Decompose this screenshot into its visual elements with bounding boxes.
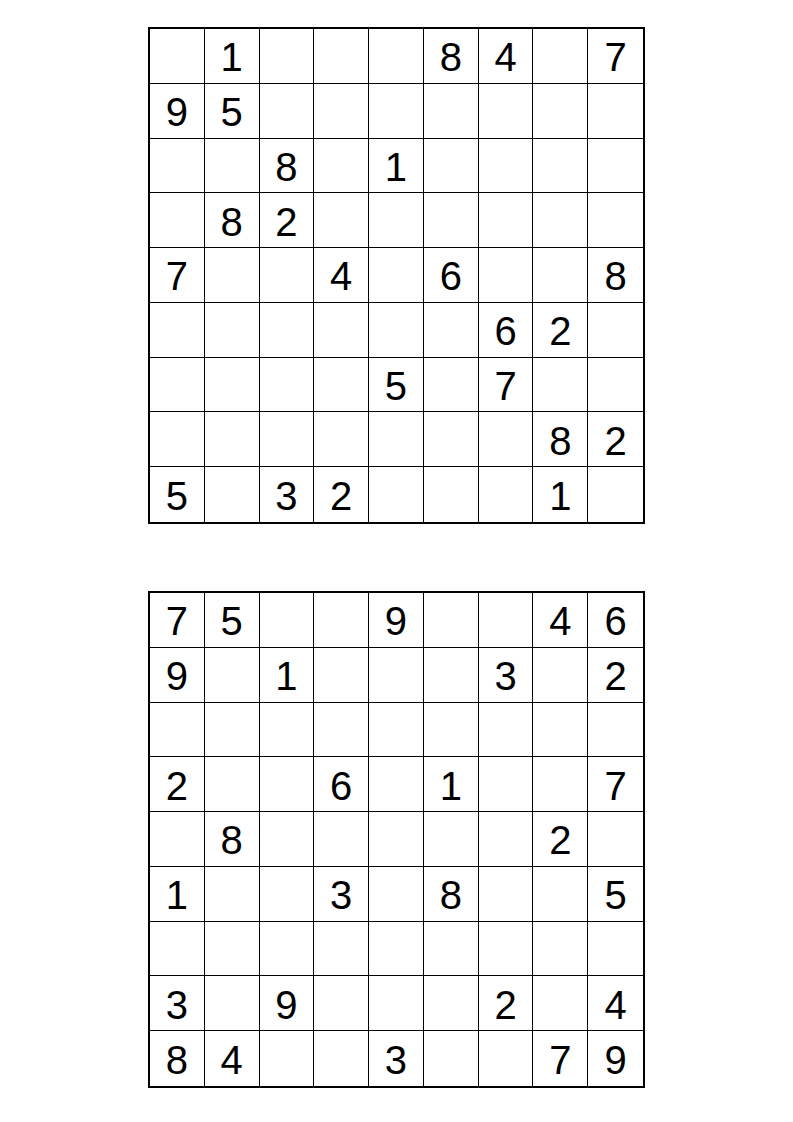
puzzle-1-cell-r4c1	[150, 193, 205, 248]
puzzle-1-cell-r6c5	[369, 303, 424, 358]
puzzle-1-cell-r6c6	[424, 303, 479, 358]
puzzle-2-cell-r3c2	[205, 703, 260, 758]
puzzle-1-cell-r4c4	[314, 193, 369, 248]
puzzle-2-cell-r9c2: 4	[205, 1031, 260, 1086]
puzzle-2-cell-r3c6	[424, 703, 479, 758]
puzzle-2-cell-r4c2	[205, 757, 260, 812]
puzzle-2-cell-r4c3	[260, 757, 315, 812]
puzzle-2-cell-r8c1: 3	[150, 976, 205, 1031]
puzzle-2-cell-r2c6	[424, 648, 479, 703]
puzzle-2-cell-r3c8	[533, 703, 588, 758]
puzzle-1-cell-r1c8	[533, 29, 588, 84]
puzzle-2-cell-r2c9: 2	[588, 648, 643, 703]
puzzle-1-cell-r3c8	[533, 139, 588, 194]
puzzle-1-cell-r9c6	[424, 467, 479, 522]
puzzle-1-cell-r9c2	[205, 467, 260, 522]
puzzle-2-cell-r8c7: 2	[479, 976, 534, 1031]
puzzle-1-cell-r7c7: 7	[479, 358, 534, 413]
puzzle-1-cell-r1c6: 8	[424, 29, 479, 84]
puzzle-2-cell-r3c3	[260, 703, 315, 758]
puzzle-1-cell-r5c9: 8	[588, 248, 643, 303]
puzzle-2-cell-r8c2	[205, 976, 260, 1031]
puzzle-2-cell-r6c9: 5	[588, 867, 643, 922]
puzzle-1-cell-r1c9: 7	[588, 29, 643, 84]
puzzle-1-cell-r7c3	[260, 358, 315, 413]
puzzle-2-cell-r7c8	[533, 922, 588, 977]
puzzle-2-cell-r9c8: 7	[533, 1031, 588, 1086]
puzzle-1-cell-r8c6	[424, 412, 479, 467]
puzzle-2-cell-r2c5	[369, 648, 424, 703]
puzzle-1-cell-r8c7	[479, 412, 534, 467]
puzzle-1-cell-r9c1: 5	[150, 467, 205, 522]
puzzle-2-cell-r7c6	[424, 922, 479, 977]
puzzle-1-cell-r6c7: 6	[479, 303, 534, 358]
puzzle-1-cell-r8c3	[260, 412, 315, 467]
puzzle-2-cell-r3c9	[588, 703, 643, 758]
puzzle-1-cell-r1c3	[260, 29, 315, 84]
puzzle-2-cell-r2c2	[205, 648, 260, 703]
puzzle-1-cell-r2c6	[424, 84, 479, 139]
puzzle-2-cell-r1c4	[314, 593, 369, 648]
puzzle-1-cell-r2c4	[314, 84, 369, 139]
puzzle-1-cell-r5c2	[205, 248, 260, 303]
puzzle-2-cell-r7c3	[260, 922, 315, 977]
puzzle-1-cell-r8c9: 2	[588, 412, 643, 467]
puzzle-1-cell-r6c2	[205, 303, 260, 358]
puzzle-2-cell-r4c9: 7	[588, 757, 643, 812]
puzzle-1-cell-r3c6	[424, 139, 479, 194]
puzzle-1-cell-r1c2: 1	[205, 29, 260, 84]
puzzle-2-cell-r6c2	[205, 867, 260, 922]
puzzle-1-cell-r7c6	[424, 358, 479, 413]
puzzle-2-cell-r6c8	[533, 867, 588, 922]
puzzle-2-cell-r4c7	[479, 757, 534, 812]
puzzle-2-cell-r8c9: 4	[588, 976, 643, 1031]
puzzle-2-cell-r6c5	[369, 867, 424, 922]
puzzle-1-cell-r8c4	[314, 412, 369, 467]
puzzle-1-cell-r4c5	[369, 193, 424, 248]
puzzle-1-cell-r1c7: 4	[479, 29, 534, 84]
puzzle-2-cell-r1c7	[479, 593, 534, 648]
puzzle-1-cell-r4c2: 8	[205, 193, 260, 248]
puzzle-1-cell-r5c6: 6	[424, 248, 479, 303]
puzzle-1-cell-r7c9	[588, 358, 643, 413]
puzzle-2-cell-r9c7	[479, 1031, 534, 1086]
puzzle-1-cell-r2c3	[260, 84, 315, 139]
puzzle-1-cell-r4c3: 2	[260, 193, 315, 248]
puzzle-1-cell-r6c8: 2	[533, 303, 588, 358]
puzzle-1-cell-r1c4	[314, 29, 369, 84]
puzzle-1-cell-r8c1	[150, 412, 205, 467]
puzzle-1-cell-r7c1	[150, 358, 205, 413]
puzzle-2-cell-r9c1: 8	[150, 1031, 205, 1086]
puzzle-2-cell-r7c1	[150, 922, 205, 977]
puzzle-1-cell-r6c9	[588, 303, 643, 358]
puzzle-2-cell-r3c5	[369, 703, 424, 758]
puzzle-2-cell-r5c7	[479, 812, 534, 867]
puzzle-2-cell-r4c5	[369, 757, 424, 812]
puzzle-2-cell-r8c5	[369, 976, 424, 1031]
puzzle-2-cell-r9c4	[314, 1031, 369, 1086]
puzzle-1-cell-r7c2	[205, 358, 260, 413]
puzzle-1-cell-r3c3: 8	[260, 139, 315, 194]
puzzle-2-cell-r2c4	[314, 648, 369, 703]
puzzle-2-cell-r6c4: 3	[314, 867, 369, 922]
puzzle-2-cell-r5c8: 2	[533, 812, 588, 867]
sudoku-grid-2: 7594691322617821385392484379	[148, 591, 645, 1088]
puzzle-2-cell-r3c4	[314, 703, 369, 758]
puzzle-2-cell-r9c9: 9	[588, 1031, 643, 1086]
puzzle-2-cell-r5c6	[424, 812, 479, 867]
puzzle-2-cell-r1c8: 4	[533, 593, 588, 648]
puzzle-2-cell-r1c6	[424, 593, 479, 648]
puzzle-2-cell-r5c5	[369, 812, 424, 867]
puzzle-2-cell-r2c3: 1	[260, 648, 315, 703]
puzzle-2-cell-r5c9	[588, 812, 643, 867]
puzzle-2-cell-r8c3: 9	[260, 976, 315, 1031]
puzzle-1-cell-r1c5	[369, 29, 424, 84]
puzzle-2-cell-r1c2: 5	[205, 593, 260, 648]
puzzle-1-cell-r6c1	[150, 303, 205, 358]
puzzle-1-cell-r4c6	[424, 193, 479, 248]
puzzle-1-cell-r3c1	[150, 139, 205, 194]
puzzle-1-cell-r8c5	[369, 412, 424, 467]
puzzle-1-cell-r7c4	[314, 358, 369, 413]
puzzle-1-cell-r8c2	[205, 412, 260, 467]
puzzle-2-cell-r1c3	[260, 593, 315, 648]
puzzle-1-cell-r5c4: 4	[314, 248, 369, 303]
puzzle-1-cell-r4c7	[479, 193, 534, 248]
puzzle-2-cell-r3c1	[150, 703, 205, 758]
puzzle-2-cell-r4c8	[533, 757, 588, 812]
puzzle-2-cell-r6c1: 1	[150, 867, 205, 922]
puzzle-1-cell-r2c9	[588, 84, 643, 139]
puzzle-2-cell-r5c4	[314, 812, 369, 867]
puzzle-1-cell-r3c9	[588, 139, 643, 194]
puzzle-2-cell-r7c4	[314, 922, 369, 977]
puzzle-2-cell-r7c2	[205, 922, 260, 977]
puzzle-1-cell-r3c7	[479, 139, 534, 194]
puzzle-1-cell-r9c4: 2	[314, 467, 369, 522]
puzzle-1-cell-r4c9	[588, 193, 643, 248]
puzzle-2-cell-r7c5	[369, 922, 424, 977]
puzzle-2-cell-r9c5: 3	[369, 1031, 424, 1086]
puzzle-2-cell-r3c7	[479, 703, 534, 758]
puzzle-2-cell-r4c4: 6	[314, 757, 369, 812]
puzzle-1-cell-r9c5	[369, 467, 424, 522]
puzzle-1-cell-r4c8	[533, 193, 588, 248]
puzzle-1-cell-r3c4	[314, 139, 369, 194]
puzzle-2-cell-r1c1: 7	[150, 593, 205, 648]
puzzle-2-cell-r8c4	[314, 976, 369, 1031]
puzzle-2-cell-r5c1	[150, 812, 205, 867]
puzzle-2-cell-r8c8	[533, 976, 588, 1031]
puzzle-2-cell-r2c7: 3	[479, 648, 534, 703]
puzzle-1-cell-r5c7	[479, 248, 534, 303]
puzzle-1-cell-r2c8	[533, 84, 588, 139]
puzzle-2-cell-r9c6	[424, 1031, 479, 1086]
puzzle-2-cell-r4c6: 1	[424, 757, 479, 812]
puzzle-1-cell-r2c2: 5	[205, 84, 260, 139]
puzzle-1-cell-r7c8	[533, 358, 588, 413]
puzzle-1-cell-r9c7	[479, 467, 534, 522]
puzzle-2-cell-r1c5: 9	[369, 593, 424, 648]
puzzle-2-cell-r2c8	[533, 648, 588, 703]
puzzle-2-cell-r5c3	[260, 812, 315, 867]
puzzle-2-cell-r1c9: 6	[588, 593, 643, 648]
puzzle-2-cell-r5c2: 8	[205, 812, 260, 867]
puzzle-1-cell-r5c1: 7	[150, 248, 205, 303]
puzzle-2-cell-r6c3	[260, 867, 315, 922]
puzzle-1-cell-r6c4	[314, 303, 369, 358]
puzzle-1-cell-r9c9	[588, 467, 643, 522]
puzzle-1-cell-r5c3	[260, 248, 315, 303]
puzzle-1-cell-r7c5: 5	[369, 358, 424, 413]
puzzle-1-cell-r5c8	[533, 248, 588, 303]
puzzle-1-cell-r6c3	[260, 303, 315, 358]
puzzle-1-cell-r2c7	[479, 84, 534, 139]
puzzle-2-cell-r6c7	[479, 867, 534, 922]
puzzle-1-cell-r9c8: 1	[533, 467, 588, 522]
puzzle-2-cell-r9c3	[260, 1031, 315, 1086]
puzzle-1-cell-r3c2	[205, 139, 260, 194]
puzzle-2-cell-r4c1: 2	[150, 757, 205, 812]
puzzle-2-cell-r7c9	[588, 922, 643, 977]
puzzle-2-cell-r8c6	[424, 976, 479, 1031]
puzzle-1-cell-r8c8: 8	[533, 412, 588, 467]
sudoku-grid-1: 184795818274686257825321	[148, 27, 645, 524]
puzzle-1-cell-r2c5	[369, 84, 424, 139]
puzzle-2-cell-r7c7	[479, 922, 534, 977]
puzzle-1-cell-r1c1	[150, 29, 205, 84]
puzzle-2-cell-r6c6: 8	[424, 867, 479, 922]
puzzle-1-cell-r5c5	[369, 248, 424, 303]
puzzle-1-cell-r9c3: 3	[260, 467, 315, 522]
puzzle-1-cell-r2c1: 9	[150, 84, 205, 139]
puzzle-1-cell-r3c5: 1	[369, 139, 424, 194]
puzzle-2-cell-r2c1: 9	[150, 648, 205, 703]
